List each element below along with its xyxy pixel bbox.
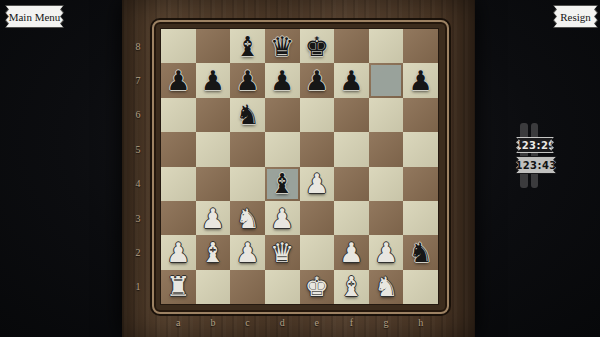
piece-black-king[interactable]: ♚ — [305, 33, 329, 60]
piece-white-knight[interactable]: ♞ — [374, 273, 398, 300]
file-label: b — [196, 312, 231, 332]
square-c8[interactable]: ♝ — [230, 29, 265, 63]
square-h7[interactable]: ♟ — [403, 63, 438, 97]
square-b4[interactable] — [196, 167, 231, 201]
square-b6[interactable] — [196, 98, 231, 132]
piece-black-pawn[interactable]: ♟ — [305, 67, 329, 94]
file-label: a — [161, 312, 196, 332]
square-f7[interactable]: ♟ — [334, 63, 369, 97]
square-a1[interactable]: ♜ — [161, 270, 196, 304]
clock-black-time: 123:29 — [517, 138, 553, 152]
resign-button-label: Resign — [554, 6, 597, 27]
square-d1[interactable] — [265, 270, 300, 304]
square-h1[interactable] — [403, 270, 438, 304]
square-a6[interactable] — [161, 98, 196, 132]
rank-label: 4 — [128, 167, 148, 201]
piece-white-bishop[interactable]: ♝ — [201, 239, 225, 266]
rank-label: 2 — [128, 235, 148, 269]
piece-white-queen[interactable]: ♛ — [270, 239, 294, 266]
square-c5[interactable] — [230, 132, 265, 166]
rank-label: 7 — [128, 63, 148, 97]
piece-white-pawn[interactable]: ♟ — [235, 239, 259, 266]
piece-white-knight[interactable]: ♞ — [235, 205, 259, 232]
file-label: d — [265, 312, 300, 332]
square-d8[interactable]: ♛ — [265, 29, 300, 63]
square-a2[interactable]: ♟ — [161, 235, 196, 269]
main-menu-button[interactable]: Main Menu — [5, 5, 64, 28]
piece-white-rook[interactable]: ♜ — [166, 273, 190, 300]
square-e5[interactable] — [300, 132, 335, 166]
rank-label: 3 — [128, 201, 148, 235]
square-a3[interactable] — [161, 201, 196, 235]
piece-black-knight[interactable]: ♞ — [409, 239, 433, 266]
square-a4[interactable] — [161, 167, 196, 201]
square-c3[interactable]: ♞ — [230, 201, 265, 235]
piece-black-pawn[interactable]: ♟ — [270, 67, 294, 94]
piece-black-pawn[interactable]: ♟ — [339, 67, 363, 94]
square-e7[interactable]: ♟ — [300, 63, 335, 97]
square-h8[interactable] — [403, 29, 438, 63]
square-g6[interactable] — [369, 98, 404, 132]
square-g7[interactable] — [369, 63, 404, 97]
square-a8[interactable] — [161, 29, 196, 63]
square-g4[interactable] — [369, 167, 404, 201]
piece-black-bishop[interactable]: ♝ — [235, 33, 259, 60]
square-f3[interactable] — [334, 201, 369, 235]
square-f2[interactable]: ♟ — [334, 235, 369, 269]
square-d4[interactable]: ♝ — [265, 167, 300, 201]
square-a5[interactable] — [161, 132, 196, 166]
file-label: g — [369, 312, 404, 332]
square-c4[interactable] — [230, 167, 265, 201]
piece-black-pawn[interactable]: ♟ — [166, 67, 190, 94]
square-h6[interactable] — [403, 98, 438, 132]
square-d7[interactable]: ♟ — [265, 63, 300, 97]
clock-white-time: 123:43 — [516, 157, 556, 173]
game-screen: ♝♛♚♟♟♟♟♟♟♟♞♝♟♟♞♟♟♝♟♛♟♟♞♜♚♝♞ 87654321 abc… — [0, 0, 600, 337]
square-h2[interactable]: ♞ — [403, 235, 438, 269]
square-f8[interactable] — [334, 29, 369, 63]
piece-black-pawn[interactable]: ♟ — [201, 67, 225, 94]
square-d6[interactable] — [265, 98, 300, 132]
piece-white-pawn[interactable]: ♟ — [305, 170, 329, 197]
square-g8[interactable] — [369, 29, 404, 63]
file-label: f — [334, 312, 369, 332]
square-e6[interactable] — [300, 98, 335, 132]
piece-white-bishop[interactable]: ♝ — [339, 273, 363, 300]
rank-label: 5 — [128, 132, 148, 166]
piece-white-pawn[interactable]: ♟ — [270, 205, 294, 232]
square-g5[interactable] — [369, 132, 404, 166]
resign-button[interactable]: Resign — [553, 5, 598, 28]
square-c1[interactable] — [230, 270, 265, 304]
clock-ribbon — [520, 123, 538, 188]
square-a7[interactable]: ♟ — [161, 63, 196, 97]
piece-white-pawn[interactable]: ♟ — [374, 239, 398, 266]
clock-black: 123:29 — [516, 137, 554, 153]
piece-black-pawn[interactable]: ♟ — [235, 67, 259, 94]
main-menu-button-label: Main Menu — [6, 6, 63, 27]
square-f4[interactable] — [334, 167, 369, 201]
file-labels: abcdefgh — [161, 312, 438, 332]
square-f5[interactable] — [334, 132, 369, 166]
square-d5[interactable] — [265, 132, 300, 166]
piece-black-queen[interactable]: ♛ — [270, 33, 294, 60]
piece-white-king[interactable]: ♚ — [305, 273, 329, 300]
square-d3[interactable]: ♟ — [265, 201, 300, 235]
square-b1[interactable] — [196, 270, 231, 304]
square-b3[interactable]: ♟ — [196, 201, 231, 235]
square-h4[interactable] — [403, 167, 438, 201]
square-g3[interactable] — [369, 201, 404, 235]
chess-board: ♝♛♚♟♟♟♟♟♟♟♞♝♟♟♞♟♟♝♟♛♟♟♞♜♚♝♞ — [161, 29, 438, 304]
piece-black-pawn[interactable]: ♟ — [409, 67, 433, 94]
square-e8[interactable]: ♚ — [300, 29, 335, 63]
piece-white-pawn[interactable]: ♟ — [166, 239, 190, 266]
rank-labels: 87654321 — [128, 29, 148, 304]
rank-label: 1 — [128, 270, 148, 304]
square-e4[interactable]: ♟ — [300, 167, 335, 201]
square-b5[interactable] — [196, 132, 231, 166]
square-h3[interactable] — [403, 201, 438, 235]
file-label: h — [403, 312, 438, 332]
file-label: e — [300, 312, 335, 332]
square-c6[interactable]: ♞ — [230, 98, 265, 132]
square-b2[interactable]: ♝ — [196, 235, 231, 269]
square-g2[interactable]: ♟ — [369, 235, 404, 269]
square-b8[interactable] — [196, 29, 231, 63]
rank-label: 8 — [128, 29, 148, 63]
square-e3[interactable] — [300, 201, 335, 235]
square-d2[interactable]: ♛ — [265, 235, 300, 269]
square-h5[interactable] — [403, 132, 438, 166]
piece-black-knight[interactable]: ♞ — [235, 101, 259, 128]
file-label: c — [230, 312, 265, 332]
clock-white: 123:43 — [515, 156, 557, 174]
square-c2[interactable]: ♟ — [230, 235, 265, 269]
rank-label: 6 — [128, 98, 148, 132]
square-e1[interactable]: ♚ — [300, 270, 335, 304]
square-e2[interactable] — [300, 235, 335, 269]
piece-white-pawn[interactable]: ♟ — [201, 205, 225, 232]
piece-black-bishop[interactable]: ♝ — [270, 170, 294, 197]
piece-white-pawn[interactable]: ♟ — [339, 239, 363, 266]
square-f6[interactable] — [334, 98, 369, 132]
square-b7[interactable]: ♟ — [196, 63, 231, 97]
last-move-highlight — [371, 65, 402, 95]
square-g1[interactable]: ♞ — [369, 270, 404, 304]
square-f1[interactable]: ♝ — [334, 270, 369, 304]
square-c7[interactable]: ♟ — [230, 63, 265, 97]
